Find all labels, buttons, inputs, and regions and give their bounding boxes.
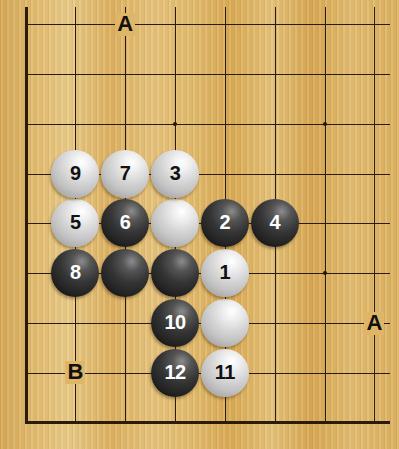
go-board[interactable]: 123456789101112AAB bbox=[1, 0, 399, 448]
stone-black bbox=[101, 249, 149, 297]
stone-white-5: 5 bbox=[51, 199, 99, 247]
stone-number: 2 bbox=[220, 212, 231, 232]
stone-number: 6 bbox=[120, 212, 131, 232]
stone-black bbox=[151, 249, 199, 297]
stone-white bbox=[151, 199, 199, 247]
stone-black-2: 2 bbox=[201, 199, 249, 247]
stone-number: 9 bbox=[70, 163, 81, 183]
point-label-a: A bbox=[364, 312, 384, 335]
stone-white-9: 9 bbox=[51, 150, 99, 198]
stone-number: 1 bbox=[220, 262, 231, 282]
goban-diagram: 123456789101112AAB bbox=[0, 0, 399, 449]
stone-white-3: 3 bbox=[151, 150, 199, 198]
stone-number: 5 bbox=[70, 212, 81, 232]
stone-black-12: 12 bbox=[151, 349, 199, 397]
stone-number: 12 bbox=[164, 362, 185, 382]
stone-white-7: 7 bbox=[101, 150, 149, 198]
stone-white bbox=[201, 299, 249, 347]
stone-number: 3 bbox=[170, 163, 181, 183]
stone-black-8: 8 bbox=[51, 249, 99, 297]
stone-number: 4 bbox=[269, 212, 280, 232]
stone-white-1: 1 bbox=[201, 249, 249, 297]
stone-white-11: 11 bbox=[201, 349, 249, 397]
stone-number: 11 bbox=[215, 362, 235, 382]
stone-number: 7 bbox=[120, 163, 131, 183]
stone-number: 8 bbox=[70, 262, 81, 282]
stone-number: 10 bbox=[164, 312, 185, 332]
stone-black-4: 4 bbox=[251, 199, 299, 247]
point-label-a: A bbox=[115, 13, 135, 36]
point-label-b: B bbox=[65, 361, 85, 384]
stone-black-6: 6 bbox=[101, 199, 149, 247]
stone-black-10: 10 bbox=[151, 299, 199, 347]
